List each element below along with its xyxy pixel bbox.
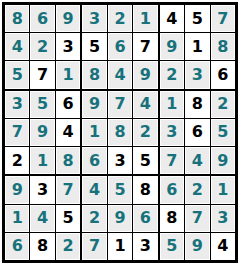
cell-r7c9-solved[interactable]: 1 [211, 176, 235, 203]
cell-r8c5-solved[interactable]: 9 [108, 205, 132, 232]
cell-r9c9-given[interactable]: 4 [211, 233, 235, 260]
cell-r6c2-solved[interactable]: 1 [30, 147, 54, 174]
cell-r5c1-solved[interactable]: 7 [5, 119, 29, 146]
sudoku-board: 8694235713215678494579182363567942189741… [2, 2, 238, 263]
cell-r7c5-solved[interactable]: 5 [108, 176, 132, 203]
box-2-1: 356794218 [5, 91, 80, 175]
cell-r3c1-solved[interactable]: 5 [5, 61, 29, 88]
cell-r3c8-solved[interactable]: 3 [185, 61, 209, 88]
cell-r5c2-solved[interactable]: 9 [30, 119, 54, 146]
box-3-1: 937145682 [5, 176, 80, 260]
cell-r4c8-given[interactable]: 8 [185, 91, 209, 118]
cell-r9c6-given[interactable]: 3 [133, 233, 157, 260]
cell-r5c8-given[interactable]: 6 [185, 119, 209, 146]
cell-r3c6-solved[interactable]: 9 [133, 61, 157, 88]
cell-r6c1-given[interactable]: 2 [5, 147, 29, 174]
cell-r1c4-solved[interactable]: 3 [82, 5, 106, 32]
cell-r6c6-given[interactable]: 5 [133, 147, 157, 174]
cell-r1c7-given[interactable]: 4 [160, 5, 184, 32]
cell-r3c2-given[interactable]: 7 [30, 61, 54, 88]
cell-r6c8-solved[interactable]: 4 [185, 147, 209, 174]
cell-r3c7-solved[interactable]: 2 [160, 61, 184, 88]
cell-r2c5-solved[interactable]: 6 [108, 33, 132, 60]
cell-r5c7-solved[interactable]: 3 [160, 119, 184, 146]
cell-r5c6-solved[interactable]: 2 [133, 119, 157, 146]
cell-r5c3-given[interactable]: 4 [56, 119, 80, 146]
cell-r9c4-solved[interactable]: 7 [82, 233, 106, 260]
cell-r7c8-solved[interactable]: 2 [185, 176, 209, 203]
cell-r1c1-solved[interactable]: 8 [5, 5, 29, 32]
cell-r7c3-solved[interactable]: 7 [56, 176, 80, 203]
cell-r4c1-solved[interactable]: 3 [5, 91, 29, 118]
cell-r9c5-given[interactable]: 1 [108, 233, 132, 260]
cell-r7c7-solved[interactable]: 6 [160, 176, 184, 203]
cell-r2c6-given[interactable]: 7 [133, 33, 157, 60]
cell-r8c1-solved[interactable]: 1 [5, 205, 29, 232]
cell-r3c5-solved[interactable]: 4 [108, 61, 132, 88]
cell-r2c1-solved[interactable]: 4 [5, 33, 29, 60]
cell-r5c4-solved[interactable]: 1 [82, 119, 106, 146]
cell-r1c5-solved[interactable]: 2 [108, 5, 132, 32]
cell-r9c2-given[interactable]: 8 [30, 233, 54, 260]
cell-r3c3-solved[interactable]: 1 [56, 61, 80, 88]
cell-r2c7-solved[interactable]: 9 [160, 33, 184, 60]
box-3-3: 621873594 [160, 176, 235, 260]
cell-r1c8-given[interactable]: 5 [185, 5, 209, 32]
cell-r3c9-given[interactable]: 6 [211, 61, 235, 88]
cell-r4c4-solved[interactable]: 9 [82, 91, 106, 118]
cell-r7c2-given[interactable]: 3 [30, 176, 54, 203]
cell-r6c7-solved[interactable]: 7 [160, 147, 184, 174]
cell-r6c9-solved[interactable]: 9 [211, 147, 235, 174]
cell-r1c6-solved[interactable]: 1 [133, 5, 157, 32]
box-1-1: 869423571 [5, 5, 80, 89]
cell-r7c6-given[interactable]: 8 [133, 176, 157, 203]
cell-r2c8-given[interactable]: 1 [185, 33, 209, 60]
box-2-2: 974182635 [82, 91, 157, 175]
cell-r4c9-solved[interactable]: 2 [211, 91, 235, 118]
cell-r7c1-solved[interactable]: 9 [5, 176, 29, 203]
cell-r4c3-given[interactable]: 6 [56, 91, 80, 118]
cell-r4c2-solved[interactable]: 5 [30, 91, 54, 118]
sudoku-page: 8694235713215678494579182363567942189741… [0, 0, 240, 265]
cell-r4c5-solved[interactable]: 7 [108, 91, 132, 118]
cell-r8c9-solved[interactable]: 3 [211, 205, 235, 232]
cell-r6c3-solved[interactable]: 8 [56, 147, 80, 174]
cell-r8c7-given[interactable]: 8 [160, 205, 184, 232]
box-1-3: 457918236 [160, 5, 235, 89]
cell-r5c9-solved[interactable]: 5 [211, 119, 235, 146]
box-2-3: 182365749 [160, 91, 235, 175]
box-3-2: 458296713 [82, 176, 157, 260]
cell-r6c5-given[interactable]: 3 [108, 147, 132, 174]
cell-r2c9-solved[interactable]: 8 [211, 33, 235, 60]
cell-r4c6-solved[interactable]: 4 [133, 91, 157, 118]
box-1-2: 321567849 [82, 5, 157, 89]
cell-r2c4-given[interactable]: 5 [82, 33, 106, 60]
cell-r8c4-solved[interactable]: 2 [82, 205, 106, 232]
cell-r8c6-solved[interactable]: 6 [133, 205, 157, 232]
cell-r8c8-solved[interactable]: 7 [185, 205, 209, 232]
cell-r5c5-solved[interactable]: 8 [108, 119, 132, 146]
cell-r7c4-solved[interactable]: 4 [82, 176, 106, 203]
cell-r1c9-solved[interactable]: 7 [211, 5, 235, 32]
cell-r9c8-solved[interactable]: 9 [185, 233, 209, 260]
cell-r3c4-solved[interactable]: 8 [82, 61, 106, 88]
cell-r6c4-solved[interactable]: 6 [82, 147, 106, 174]
cell-r8c2-solved[interactable]: 4 [30, 205, 54, 232]
cell-r9c1-solved[interactable]: 6 [5, 233, 29, 260]
cell-r9c3-solved[interactable]: 2 [56, 233, 80, 260]
cell-r8c3-given[interactable]: 5 [56, 205, 80, 232]
cell-r1c3-solved[interactable]: 9 [56, 5, 80, 32]
cell-r2c3-given[interactable]: 3 [56, 33, 80, 60]
cell-r4c7-solved[interactable]: 1 [160, 91, 184, 118]
cell-r9c7-solved[interactable]: 5 [160, 233, 184, 260]
cell-r1c2-solved[interactable]: 6 [30, 5, 54, 32]
cell-r2c2-solved[interactable]: 2 [30, 33, 54, 60]
